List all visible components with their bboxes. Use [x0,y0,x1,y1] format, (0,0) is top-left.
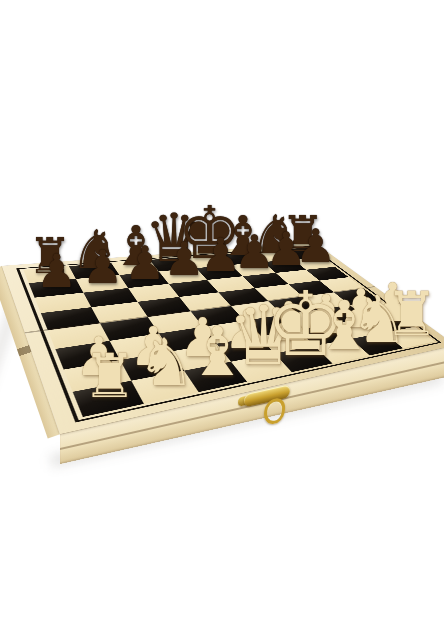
black-pawn-glyph: ♟ [164,236,205,282]
piece-black-pawn-b7[interactable]: ♟ [82,244,123,290]
piece-black-pawn-c7[interactable]: ♟ [124,239,165,285]
piece-white-rook-h1[interactable]: ♜ [384,284,438,345]
white-rook-glyph: ♜ [384,284,438,345]
black-pawn-glyph: ♟ [124,239,165,285]
piece-black-pawn-a7[interactable]: ♟ [36,248,77,294]
piece-white-rook-a1[interactable]: ♜ [82,346,136,407]
black-pawn-glyph: ♟ [82,244,123,290]
piece-black-pawn-h7[interactable]: ♟ [295,223,336,269]
black-pawn-glyph: ♟ [36,248,77,294]
product-photo: ♜♞♝♛♚♝♞♜♟♟♟♟♟♟♟♟♟♟♟♟♟♟♟♟♜♞♝♛♚♝♞♜ [0,0,444,640]
piece-black-pawn-d7[interactable]: ♟ [164,236,205,282]
black-pawn-glyph: ♟ [295,223,336,269]
white-rook-glyph: ♜ [82,346,136,407]
